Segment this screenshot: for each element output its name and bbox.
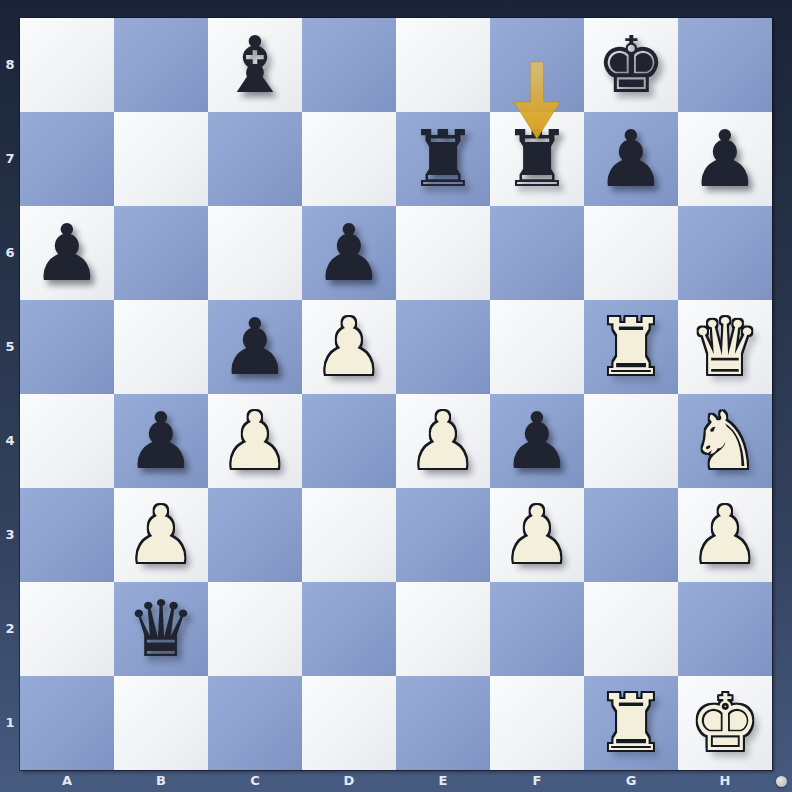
- white-knight-h4[interactable]: ♞: [678, 394, 772, 488]
- file-label-e: E: [396, 771, 490, 791]
- square-a5[interactable]: [20, 300, 114, 394]
- square-d1[interactable]: [302, 676, 396, 770]
- square-h3[interactable]: ♟: [678, 488, 772, 582]
- square-d3[interactable]: [302, 488, 396, 582]
- square-f7[interactable]: ♜: [490, 112, 584, 206]
- square-f2[interactable]: [490, 582, 584, 676]
- rank-label-1: 1: [0, 676, 20, 770]
- square-e7[interactable]: ♜: [396, 112, 490, 206]
- white-pawn-d5[interactable]: ♟: [302, 300, 396, 394]
- square-b2[interactable]: ♛: [114, 582, 208, 676]
- black-rook-e7[interactable]: ♜: [396, 112, 490, 206]
- square-f4[interactable]: ♟: [490, 394, 584, 488]
- square-d8[interactable]: [302, 18, 396, 112]
- square-e2[interactable]: [396, 582, 490, 676]
- black-bishop-c8[interactable]: ♝: [208, 18, 302, 112]
- square-f6[interactable]: [490, 206, 584, 300]
- square-h8[interactable]: [678, 18, 772, 112]
- white-pawn-c4[interactable]: ♟: [208, 394, 302, 488]
- rank-label-3: 3: [0, 488, 20, 582]
- black-pawn-f4[interactable]: ♟: [490, 394, 584, 488]
- square-e6[interactable]: [396, 206, 490, 300]
- rank-label-7: 7: [0, 112, 20, 206]
- square-g8[interactable]: ♚: [584, 18, 678, 112]
- white-pawn-e4[interactable]: ♟: [396, 394, 490, 488]
- square-a6[interactable]: ♟: [20, 206, 114, 300]
- square-e4[interactable]: ♟: [396, 394, 490, 488]
- black-pawn-c5[interactable]: ♟: [208, 300, 302, 394]
- black-pawn-h7[interactable]: ♟: [678, 112, 772, 206]
- square-c8[interactable]: ♝: [208, 18, 302, 112]
- square-b4[interactable]: ♟: [114, 394, 208, 488]
- rank-label-6: 6: [0, 206, 20, 300]
- square-a1[interactable]: [20, 676, 114, 770]
- square-g3[interactable]: [584, 488, 678, 582]
- square-c4[interactable]: ♟: [208, 394, 302, 488]
- square-h5[interactable]: ♛: [678, 300, 772, 394]
- square-c7[interactable]: [208, 112, 302, 206]
- black-queen-b2[interactable]: ♛: [114, 582, 208, 676]
- white-king-h1[interactable]: ♚: [678, 676, 772, 770]
- black-rook-f7[interactable]: ♜: [490, 112, 584, 206]
- square-e8[interactable]: [396, 18, 490, 112]
- square-f5[interactable]: [490, 300, 584, 394]
- board-resize-handle[interactable]: [776, 776, 787, 787]
- black-pawn-b4[interactable]: ♟: [114, 394, 208, 488]
- square-f8[interactable]: [490, 18, 584, 112]
- white-pawn-f3[interactable]: ♟: [490, 488, 584, 582]
- board: ♝♚♜♜♟♟♟♟♟♟♜♛♟♟♟♟♞♟♟♟♛♜♚: [20, 18, 772, 770]
- square-f1[interactable]: [490, 676, 584, 770]
- white-rook-g5[interactable]: ♜: [584, 300, 678, 394]
- rank-label-8: 8: [0, 18, 20, 112]
- square-a2[interactable]: [20, 582, 114, 676]
- square-b6[interactable]: [114, 206, 208, 300]
- square-e5[interactable]: [396, 300, 490, 394]
- square-a3[interactable]: [20, 488, 114, 582]
- square-h6[interactable]: [678, 206, 772, 300]
- white-pawn-h3[interactable]: ♟: [678, 488, 772, 582]
- file-label-d: D: [302, 771, 396, 791]
- white-rook-g1[interactable]: ♜: [584, 676, 678, 770]
- black-pawn-a6[interactable]: ♟: [20, 206, 114, 300]
- square-d7[interactable]: [302, 112, 396, 206]
- file-label-a: A: [20, 771, 114, 791]
- square-h7[interactable]: ♟: [678, 112, 772, 206]
- square-g4[interactable]: [584, 394, 678, 488]
- square-g2[interactable]: [584, 582, 678, 676]
- white-queen-h5[interactable]: ♛: [678, 300, 772, 394]
- rank-label-5: 5: [0, 300, 20, 394]
- square-d5[interactable]: ♟: [302, 300, 396, 394]
- square-c6[interactable]: [208, 206, 302, 300]
- square-a7[interactable]: [20, 112, 114, 206]
- black-pawn-d6[interactable]: ♟: [302, 206, 396, 300]
- rank-label-2: 2: [0, 582, 20, 676]
- square-g1[interactable]: ♜: [584, 676, 678, 770]
- square-f3[interactable]: ♟: [490, 488, 584, 582]
- black-king-g8[interactable]: ♚: [584, 18, 678, 112]
- file-label-c: C: [208, 771, 302, 791]
- square-g5[interactable]: ♜: [584, 300, 678, 394]
- square-d6[interactable]: ♟: [302, 206, 396, 300]
- square-b5[interactable]: [114, 300, 208, 394]
- file-label-b: B: [114, 771, 208, 791]
- square-d4[interactable]: [302, 394, 396, 488]
- file-label-h: H: [678, 771, 772, 791]
- file-label-g: G: [584, 771, 678, 791]
- square-h1[interactable]: ♚: [678, 676, 772, 770]
- square-d2[interactable]: [302, 582, 396, 676]
- square-g7[interactable]: ♟: [584, 112, 678, 206]
- square-b3[interactable]: ♟: [114, 488, 208, 582]
- file-label-f: F: [490, 771, 584, 791]
- square-b1[interactable]: [114, 676, 208, 770]
- white-pawn-b3[interactable]: ♟: [114, 488, 208, 582]
- rank-label-4: 4: [0, 394, 20, 488]
- square-a8[interactable]: [20, 18, 114, 112]
- square-b8[interactable]: [114, 18, 208, 112]
- square-c5[interactable]: ♟: [208, 300, 302, 394]
- square-h2[interactable]: [678, 582, 772, 676]
- square-e3[interactable]: [396, 488, 490, 582]
- square-e1[interactable]: [396, 676, 490, 770]
- square-c2[interactable]: [208, 582, 302, 676]
- black-pawn-g7[interactable]: ♟: [584, 112, 678, 206]
- square-c3[interactable]: [208, 488, 302, 582]
- square-g6[interactable]: [584, 206, 678, 300]
- square-h4[interactable]: ♞: [678, 394, 772, 488]
- square-b7[interactable]: [114, 112, 208, 206]
- square-c1[interactable]: [208, 676, 302, 770]
- square-a4[interactable]: [20, 394, 114, 488]
- chess-diagram-frame: ♝♚♜♜♟♟♟♟♟♟♜♛♟♟♟♟♞♟♟♟♛♜♚ 87654321 ABCDEFG…: [0, 0, 792, 792]
